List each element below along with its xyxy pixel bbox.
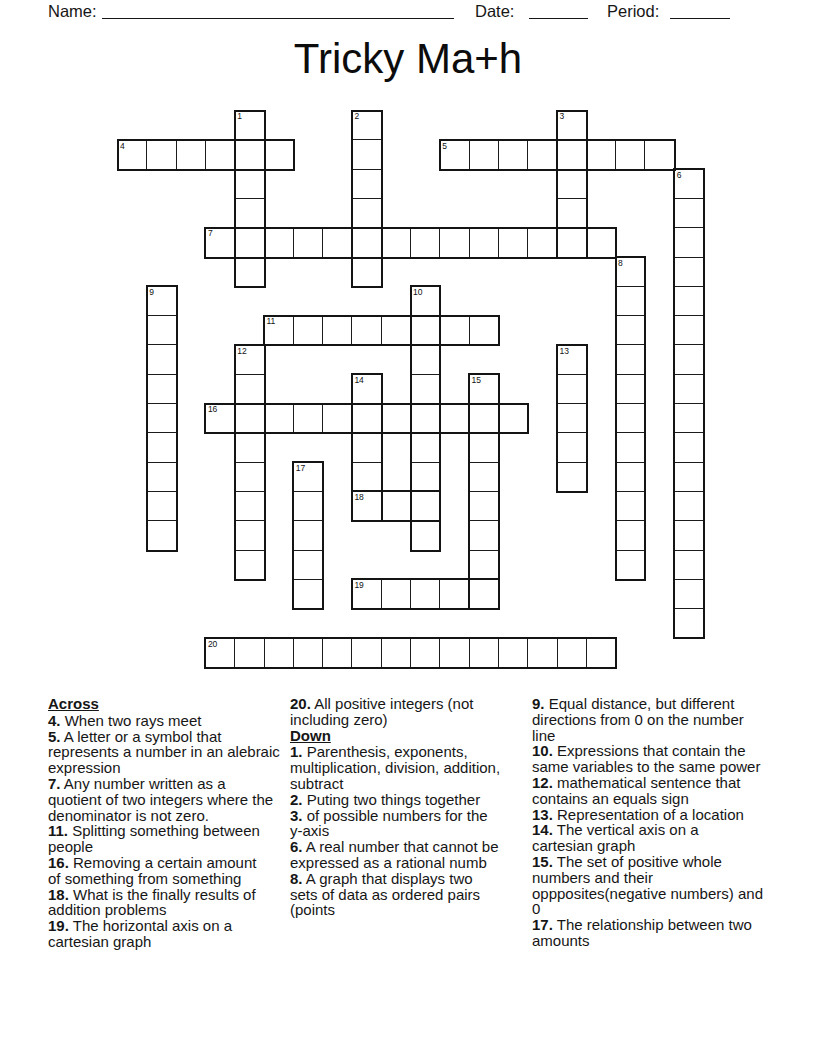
grid-cell[interactable]	[381, 491, 412, 522]
grid-cell[interactable]	[615, 315, 646, 346]
clue-number: 15.	[532, 853, 553, 870]
grid-cell[interactable]	[351, 257, 382, 288]
grid-cell[interactable]	[615, 374, 646, 405]
grid-cell[interactable]	[615, 286, 646, 317]
grid-cell[interactable]	[234, 550, 265, 581]
grid-cell[interactable]	[469, 462, 500, 493]
clue-10: 10. Expressions that contain thesame var…	[532, 743, 774, 775]
grid-cell[interactable]	[527, 139, 558, 170]
grid-cell[interactable]	[146, 403, 177, 434]
clue-11: 11. Splitting something betweenpeople	[48, 823, 290, 855]
clue-18: 18. What is the finally results ofadditi…	[48, 887, 290, 919]
grid-cell[interactable]	[410, 286, 441, 317]
grid-cell[interactable]	[674, 257, 705, 288]
grid-cell[interactable]	[498, 139, 529, 170]
grid-cell[interactable]	[351, 374, 382, 405]
grid-cell[interactable]	[644, 139, 675, 170]
clue-number: 2.	[290, 791, 303, 808]
grid-cell[interactable]	[527, 637, 558, 668]
grid-cell[interactable]	[586, 227, 617, 258]
clue-number: 3.	[290, 807, 303, 824]
grid-cell[interactable]	[351, 139, 382, 170]
grid-cell[interactable]	[469, 432, 500, 463]
grid-cell[interactable]	[557, 139, 588, 170]
grid-cell[interactable]	[410, 374, 441, 405]
grid-cell[interactable]	[205, 227, 236, 258]
grid-cell[interactable]	[351, 432, 382, 463]
grid-cell[interactable]	[264, 139, 295, 170]
clue-number: 17.	[532, 916, 553, 933]
grid-cell[interactable]	[234, 110, 265, 141]
grid-cell[interactable]	[586, 139, 617, 170]
clue-number: 18.	[48, 886, 69, 903]
grid-cell[interactable]	[674, 286, 705, 317]
grid-cell[interactable]	[615, 344, 646, 375]
grid-cell[interactable]	[264, 637, 295, 668]
grid-cell[interactable]	[469, 374, 500, 405]
grid-cell[interactable]	[293, 403, 324, 434]
grid-cell[interactable]	[234, 491, 265, 522]
grid-cell[interactable]	[146, 462, 177, 493]
grid-cell[interactable]	[322, 227, 353, 258]
grid-cell[interactable]	[351, 403, 382, 434]
clue-number: 9.	[532, 695, 545, 712]
grid-cell[interactable]	[615, 139, 646, 170]
grid-cell[interactable]	[674, 169, 705, 200]
grid-cell[interactable]	[146, 491, 177, 522]
grid-cell[interactable]	[381, 403, 412, 434]
grid-cell[interactable]	[146, 286, 177, 317]
grid-cell[interactable]	[557, 432, 588, 463]
grid-cell[interactable]	[469, 403, 500, 434]
clue-number: 13.	[532, 806, 553, 823]
grid-cell[interactable]	[351, 227, 382, 258]
grid-cell[interactable]	[146, 139, 177, 170]
grid-cell[interactable]	[557, 198, 588, 229]
grid-cell[interactable]	[615, 462, 646, 493]
grid-cell[interactable]	[264, 403, 295, 434]
grid-cell[interactable]	[469, 550, 500, 581]
clue-column-2: 20. All positive integers (notincluding …	[290, 696, 532, 918]
clue-8: 8. A graph that displays twosets of data…	[290, 871, 532, 918]
grid-cell[interactable]	[674, 403, 705, 434]
grid-cell[interactable]	[234, 198, 265, 229]
grid-cell[interactable]	[234, 403, 265, 434]
grid-cell[interactable]	[234, 257, 265, 288]
page-title: Tricky Ma+h	[0, 36, 816, 82]
grid-cell[interactable]	[439, 227, 470, 258]
grid-cell[interactable]	[469, 579, 500, 610]
grid-cell[interactable]	[674, 491, 705, 522]
grid-cell[interactable]	[293, 491, 324, 522]
period-blank-line[interactable]	[670, 2, 730, 19]
grid-cell[interactable]	[469, 315, 500, 346]
grid-cell[interactable]	[234, 139, 265, 170]
grid-cell[interactable]	[410, 403, 441, 434]
clue-list-header-down: Down	[290, 728, 532, 744]
clue-number: 10.	[532, 742, 553, 759]
clue-1: 1. Parenthesis, exponents,multiplication…	[290, 744, 532, 791]
grid-cell[interactable]	[674, 462, 705, 493]
grid-cell[interactable]	[234, 637, 265, 668]
grid-cell[interactable]	[439, 139, 470, 170]
grid-cell[interactable]	[146, 315, 177, 346]
grid-cell[interactable]	[146, 520, 177, 551]
grid-cell[interactable]	[410, 491, 441, 522]
clue-number: 12.	[532, 774, 553, 791]
clue-7: 7. Any number written as aquotient of tw…	[48, 776, 290, 823]
grid-cell[interactable]	[674, 344, 705, 375]
grid-cell[interactable]	[674, 520, 705, 551]
grid-cell[interactable]	[439, 315, 470, 346]
grid-cell[interactable]	[381, 227, 412, 258]
grid-cell[interactable]	[674, 579, 705, 610]
grid-cell[interactable]	[351, 110, 382, 141]
grid-cell[interactable]	[557, 462, 588, 493]
grid-cell[interactable]	[293, 520, 324, 551]
grid-cell[interactable]	[557, 227, 588, 258]
grid-cell[interactable]	[293, 637, 324, 668]
clue-number: 11.	[48, 822, 68, 839]
grid-cell[interactable]	[264, 315, 295, 346]
clue-number: 4.	[48, 712, 61, 729]
grid-cell[interactable]	[293, 315, 324, 346]
clue-16: 16. Removing a certain amountof somethin…	[48, 855, 290, 887]
clue-number: 6.	[290, 838, 303, 855]
grid-cell[interactable]	[615, 403, 646, 434]
grid-cell[interactable]	[234, 227, 265, 258]
grid-cell[interactable]	[439, 403, 470, 434]
clue-number: 8.	[290, 870, 303, 887]
grid-cell[interactable]	[234, 344, 265, 375]
name-label: Name:	[48, 2, 97, 20]
date-blank-line[interactable]	[529, 2, 588, 19]
clue-number: 19.	[48, 917, 69, 934]
clue-6: 6. A real number that cannot beexpressed…	[290, 839, 532, 871]
clue-number: 16.	[48, 854, 69, 871]
clue-list-header-across: Across	[48, 696, 290, 712]
grid-cell[interactable]	[469, 139, 500, 170]
clue-12: 12. mathematical sentence thatcontains a…	[532, 775, 774, 807]
grid-cell[interactable]	[557, 110, 588, 141]
worksheet-page: Name: Date: Period: Tricky Ma+h 45711161…	[0, 0, 816, 1056]
clue-number: 1.	[290, 743, 303, 760]
grid-cell[interactable]	[351, 579, 382, 610]
grid-cell[interactable]	[615, 550, 646, 581]
grid-cell[interactable]	[674, 227, 705, 258]
grid-cell[interactable]	[146, 374, 177, 405]
grid-cell[interactable]	[351, 198, 382, 229]
grid-cell[interactable]	[205, 139, 236, 170]
grid-cell[interactable]	[293, 579, 324, 610]
clue-17: 17. The relationship between twoamounts	[532, 917, 774, 949]
grid-cell[interactable]	[527, 227, 558, 258]
period-label: Period:	[607, 2, 659, 20]
grid-cell[interactable]	[410, 579, 441, 610]
grid-cell[interactable]	[674, 374, 705, 405]
clue-19: 19. The horizontal axis on acartesian gr…	[48, 918, 290, 950]
grid-cell[interactable]	[205, 637, 236, 668]
crossword-grid: 4571116181920123689101213141517	[117, 110, 707, 670]
date-label: Date:	[475, 2, 514, 20]
grid-cell[interactable]	[674, 550, 705, 581]
grid-cell[interactable]	[410, 432, 441, 463]
clue-number: 14.	[532, 821, 553, 838]
grid-cell[interactable]	[615, 432, 646, 463]
grid-cell[interactable]	[498, 637, 529, 668]
grid-cell[interactable]	[615, 491, 646, 522]
grid-cell[interactable]	[498, 403, 529, 434]
grid-cell[interactable]	[205, 403, 236, 434]
grid-cell[interactable]	[557, 169, 588, 200]
grid-cell[interactable]	[410, 462, 441, 493]
grid-cell[interactable]	[351, 637, 382, 668]
clue-20: 20. All positive integers (notincluding …	[290, 696, 532, 728]
clue-column-3: 9. Equal distance, but differentdirectio…	[532, 696, 774, 949]
grid-cell[interactable]	[557, 374, 588, 405]
clue-3: 3. of possible numbers for they-axis	[290, 808, 532, 840]
grid-cell[interactable]	[117, 139, 148, 170]
grid-cell[interactable]	[439, 579, 470, 610]
clue-2: 2. Puting two things together	[290, 792, 532, 808]
grid-cell[interactable]	[557, 637, 588, 668]
grid-cell[interactable]	[381, 315, 412, 346]
grid-cell[interactable]	[234, 169, 265, 200]
name-blank-line[interactable]	[102, 2, 454, 19]
clue-4: 4. When two rays meet	[48, 713, 290, 729]
grid-cell[interactable]	[381, 637, 412, 668]
grid-cell[interactable]	[234, 462, 265, 493]
clue-number: 7.	[48, 775, 61, 792]
grid-cell[interactable]	[351, 462, 382, 493]
clue-9: 9. Equal distance, but differentdirectio…	[532, 696, 774, 743]
clue-13: 13. Representation of a location	[532, 807, 774, 823]
grid-cell[interactable]	[557, 344, 588, 375]
clue-number: 5.	[48, 728, 61, 745]
grid-cell[interactable]	[557, 403, 588, 434]
grid-cell[interactable]	[381, 579, 412, 610]
clue-14: 14. The vertical axis on acartesian grap…	[532, 822, 774, 854]
grid-cell[interactable]	[351, 491, 382, 522]
clue-column-1: Across4. When two rays meet5. A letter o…	[48, 696, 290, 950]
grid-cell[interactable]	[469, 491, 500, 522]
grid-cell[interactable]	[410, 227, 441, 258]
grid-cell[interactable]	[176, 139, 207, 170]
clue-number: 20.	[290, 695, 311, 712]
grid-cell[interactable]	[293, 227, 324, 258]
grid-cell[interactable]	[322, 637, 353, 668]
grid-cell[interactable]	[410, 315, 441, 346]
grid-cell[interactable]	[293, 462, 324, 493]
grid-cell[interactable]	[146, 344, 177, 375]
grid-cell[interactable]	[234, 432, 265, 463]
grid-cell[interactable]	[410, 637, 441, 668]
grid-cell[interactable]	[615, 257, 646, 288]
grid-cell[interactable]	[322, 403, 353, 434]
grid-cell[interactable]	[410, 344, 441, 375]
grid-cell[interactable]	[469, 520, 500, 551]
grid-cell[interactable]	[586, 637, 617, 668]
grid-cell[interactable]	[410, 520, 441, 551]
grid-cell[interactable]	[351, 169, 382, 200]
grid-cell[interactable]	[469, 637, 500, 668]
grid-cell[interactable]	[351, 315, 382, 346]
grid-cell[interactable]	[674, 315, 705, 346]
grid-cell[interactable]	[674, 432, 705, 463]
grid-cell[interactable]	[293, 550, 324, 581]
clue-5: 5. A letter or a symbol thatrepresents a…	[48, 729, 290, 776]
grid-cell[interactable]	[234, 374, 265, 405]
grid-cell[interactable]	[264, 227, 295, 258]
grid-cell[interactable]	[674, 608, 705, 639]
grid-cell[interactable]	[439, 637, 470, 668]
grid-cell[interactable]	[234, 520, 265, 551]
grid-cell[interactable]	[469, 227, 500, 258]
grid-cell[interactable]	[498, 227, 529, 258]
grid-cell[interactable]	[674, 198, 705, 229]
clue-15: 15. The set of positive wholenumbers and…	[532, 854, 774, 917]
grid-cell[interactable]	[146, 432, 177, 463]
grid-cell[interactable]	[322, 315, 353, 346]
grid-cell[interactable]	[615, 520, 646, 551]
